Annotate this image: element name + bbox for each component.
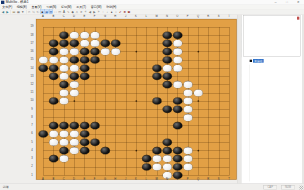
white-stone-M2[interactable] <box>152 163 162 171</box>
status-pane-cap: CAP <box>264 185 277 189</box>
coord-bottom: F <box>94 178 96 181</box>
black-stone-F7[interactable] <box>90 122 100 130</box>
white-stone-N3[interactable] <box>162 155 172 163</box>
black-stone-D17[interactable] <box>69 40 79 48</box>
white-stone-F17[interactable] <box>90 40 100 48</box>
black-stone-A14[interactable] <box>38 64 48 72</box>
status-text: 就绪 <box>3 185 264 189</box>
coord-top: E <box>83 15 85 18</box>
white-stone-D6[interactable] <box>69 130 79 138</box>
coord-top: A <box>42 15 44 18</box>
white-stone-D11[interactable] <box>69 89 79 97</box>
comment-box[interactable] <box>243 15 300 57</box>
hoshi-point <box>73 100 75 102</box>
coord-top: R <box>207 15 209 18</box>
coord-left: 10 <box>31 99 34 102</box>
coord-top: J <box>125 15 126 18</box>
coord-left: 17 <box>31 42 34 45</box>
black-stone-C18[interactable] <box>59 31 69 39</box>
close-button[interactable]: ✕ <box>293 0 304 5</box>
black-stone-N5[interactable] <box>162 138 172 146</box>
white-stone-D5[interactable] <box>69 138 79 146</box>
white-stone-P3[interactable] <box>183 155 193 163</box>
coord-left: 4 <box>31 149 32 152</box>
black-stone-C7[interactable] <box>59 122 69 130</box>
black-stone-M13[interactable] <box>152 73 162 81</box>
white-stone-O14[interactable] <box>173 64 183 72</box>
black-stone-E4[interactable] <box>80 147 90 155</box>
black-stone-N9[interactable] <box>162 105 172 113</box>
go-board[interactable] <box>36 19 237 180</box>
black-stone-E7[interactable] <box>80 122 90 130</box>
record-icon[interactable]: ▣ <box>127 10 131 14</box>
black-stone-F5[interactable] <box>90 138 100 146</box>
black-stone-N4[interactable] <box>162 147 172 155</box>
white-stone-O16[interactable] <box>173 48 183 56</box>
white-stone-F18[interactable] <box>90 31 100 39</box>
white-stone-M3[interactable] <box>152 155 162 163</box>
black-stone-O18[interactable] <box>173 31 183 39</box>
black-stone-M10[interactable] <box>152 97 162 105</box>
maximize-button[interactable]: □ <box>281 0 292 5</box>
window-right-edge <box>302 15 304 185</box>
white-stone-C13[interactable] <box>59 73 69 81</box>
coord-left: 14 <box>31 66 34 69</box>
black-stone-F15[interactable] <box>90 56 100 64</box>
menu-item-3[interactable]: 导航(N) <box>44 5 59 9</box>
hoshi-point <box>197 100 199 102</box>
coord-left: 19 <box>31 25 34 28</box>
white-stone-N14[interactable] <box>162 64 172 72</box>
coord-top: K <box>135 15 137 18</box>
coord-bottom: T <box>228 178 230 181</box>
black-stone-E13[interactable] <box>80 73 90 81</box>
coord-top: M <box>156 15 158 18</box>
coord-bottom: A <box>42 178 44 181</box>
white-stone-P8[interactable] <box>183 114 193 122</box>
coord-bottom: N <box>166 178 168 181</box>
black-stone-D13[interactable] <box>69 73 79 81</box>
coord-left: 5 <box>31 140 32 143</box>
black-stone-G4[interactable] <box>100 147 110 155</box>
black-stone-N13[interactable] <box>162 73 172 81</box>
white-stone-P10[interactable] <box>183 97 193 105</box>
app-icon <box>1 1 4 4</box>
black-stone-M4[interactable] <box>152 147 162 155</box>
coord-bottom: D <box>73 178 75 181</box>
white-stone-P4[interactable] <box>183 147 193 155</box>
coord-left: 8 <box>31 116 32 119</box>
black-stone-B10[interactable] <box>49 97 59 105</box>
forward-icon[interactable]: ▶ <box>5 10 9 14</box>
coord-bottom: K <box>135 178 137 181</box>
white-stone-C3[interactable] <box>59 155 69 163</box>
coord-bottom: S <box>218 178 220 181</box>
white-stone-B5[interactable] <box>49 138 59 146</box>
black-stone-A6[interactable] <box>38 130 48 138</box>
black-stone-O3[interactable] <box>173 155 183 163</box>
menu-item-6[interactable]: 窗口(W) <box>88 5 103 9</box>
white-stone-P9[interactable] <box>183 105 193 113</box>
tree-node-icon <box>250 59 252 61</box>
coord-bottom: R <box>207 178 209 181</box>
black-stone-G17[interactable] <box>100 40 110 48</box>
coord-top: L <box>146 15 147 18</box>
coord-bottom: O <box>176 178 178 181</box>
black-stone-E6[interactable] <box>80 130 90 138</box>
white-stone-C5[interactable] <box>59 138 69 146</box>
black-stone-B17[interactable] <box>49 40 59 48</box>
white-stone-O17[interactable] <box>173 40 183 48</box>
coord-top: B <box>52 15 54 18</box>
coord-top: Q <box>197 15 199 18</box>
menu-item-7[interactable]: 帮助(H) <box>104 5 119 9</box>
black-stone-O7[interactable] <box>173 122 183 130</box>
coord-top: N <box>166 15 168 18</box>
black-stone-O2[interactable] <box>173 163 183 171</box>
black-stone-O10[interactable] <box>173 97 183 105</box>
white-stone-C14[interactable] <box>59 64 69 72</box>
white-stone-G16[interactable] <box>100 48 110 56</box>
hoshi-point <box>135 100 137 102</box>
minimize-button[interactable]: ─ <box>270 0 281 5</box>
window-title: MultiGo - 棋盘1 <box>6 0 270 5</box>
hoshi-point <box>197 150 199 152</box>
right-panel: 新棋谱 <box>241 15 302 185</box>
black-stone-C4[interactable] <box>59 147 69 155</box>
coord-top: S <box>218 15 220 18</box>
menu-item-5[interactable]: 工具(T) <box>74 5 88 9</box>
white-stone-C11[interactable] <box>59 89 69 97</box>
black-stone-B13[interactable] <box>49 73 59 81</box>
menu-item-2[interactable]: 查看(V) <box>29 5 44 9</box>
white-stone-A15[interactable] <box>38 56 48 64</box>
coord-bottom: L <box>146 178 147 181</box>
coord-left: 1 <box>31 173 32 176</box>
status-bar: 就绪 CAP NUM <box>0 183 304 190</box>
coord-left: 13 <box>31 75 34 78</box>
black-stone-E14[interactable] <box>80 64 90 72</box>
coord-bottom: E <box>83 178 85 181</box>
white-stone-C16[interactable] <box>59 48 69 56</box>
white-stone-Q11[interactable] <box>193 89 203 97</box>
black-stone-C12[interactable] <box>59 81 69 89</box>
menu-item-0[interactable]: 文件(F) <box>0 5 14 9</box>
coord-bottom: Q <box>197 178 199 181</box>
white-stone-C6[interactable] <box>59 130 69 138</box>
coord-top: F <box>94 15 96 18</box>
white-stone-C10[interactable] <box>59 97 69 105</box>
black-stone-N17[interactable] <box>162 40 172 48</box>
black-stone-H17[interactable] <box>111 40 121 48</box>
black-stone-E5[interactable] <box>80 138 90 146</box>
hoshi-point <box>135 51 137 53</box>
black-stone-C17[interactable] <box>59 40 69 48</box>
menu-item-1[interactable]: 编辑(E) <box>14 5 29 9</box>
coord-left: 15 <box>31 58 34 61</box>
coord-left: 16 <box>31 50 34 53</box>
menu-item-4[interactable]: 标记(M) <box>59 5 74 9</box>
tree-root-row[interactable]: 新棋谱 <box>250 59 264 63</box>
comment-scroll-button[interactable] <box>297 17 299 20</box>
black-stone-L3[interactable] <box>142 155 152 163</box>
white-stone-O12[interactable] <box>173 81 183 89</box>
white-stone-C15[interactable] <box>59 56 69 64</box>
black-stone-B3[interactable] <box>49 155 59 163</box>
white-stone-P11[interactable] <box>183 89 193 97</box>
black-stone-B14[interactable] <box>49 64 59 72</box>
coord-bottom: G <box>104 178 106 181</box>
coord-bottom: J <box>125 178 126 181</box>
black-stone-O4[interactable] <box>173 147 183 155</box>
black-stone-D15[interactable] <box>69 56 79 64</box>
coord-top: O <box>176 15 178 18</box>
coord-bottom: P <box>187 178 189 181</box>
black-stone-B16[interactable] <box>49 48 59 56</box>
white-stone-O15[interactable] <box>173 56 183 64</box>
black-stone-N18[interactable] <box>162 31 172 39</box>
coord-left: 9 <box>31 107 32 110</box>
coord-left: 12 <box>31 83 34 86</box>
white-stone-D14[interactable] <box>69 64 79 72</box>
coord-left: 6 <box>31 132 32 135</box>
white-stone-D4[interactable] <box>69 147 79 155</box>
coord-bottom: M <box>156 178 158 181</box>
coord-top: D <box>73 15 75 18</box>
coord-top: T <box>228 15 230 18</box>
coord-top: G <box>104 15 106 18</box>
coord-left: 7 <box>31 124 32 127</box>
white-stone-E17[interactable] <box>80 40 90 48</box>
white-stone-D16[interactable] <box>69 48 79 56</box>
white-stone-N2[interactable] <box>162 163 172 171</box>
white-stone-P2[interactable] <box>183 163 193 171</box>
tree-selected-node[interactable]: 新棋谱 <box>253 59 264 63</box>
coord-left: 11 <box>31 91 34 94</box>
black-stone-N15[interactable] <box>162 56 172 64</box>
coord-top: P <box>187 15 189 18</box>
black-stone-N16[interactable] <box>162 48 172 56</box>
black-stone-N12[interactable] <box>162 81 172 89</box>
black-stone-E15[interactable] <box>80 56 90 64</box>
white-stone-D18[interactable] <box>69 31 79 39</box>
black-stone-F16[interactable] <box>90 48 100 56</box>
coord-left: 18 <box>31 33 34 36</box>
hoshi-point <box>197 51 199 53</box>
coord-top: C <box>63 15 65 18</box>
white-stone-P12[interactable] <box>183 81 193 89</box>
white-stone-H16[interactable] <box>111 48 121 56</box>
black-stone-B7[interactable] <box>49 122 59 130</box>
multigo-window: MultiGo - 棋盘1 ─ □ ✕ 文件(F)编辑(E)查看(V)导航(N)… <box>0 0 304 190</box>
workspace: AA1919BB1818CC1717DD1616EE1515FF1414GG13… <box>0 15 304 185</box>
black-stone-E16[interactable] <box>80 48 90 56</box>
coord-bottom: B <box>52 178 54 181</box>
coord-top: H <box>114 15 116 18</box>
white-stone-E18[interactable] <box>80 31 90 39</box>
white-stone-B6[interactable] <box>49 130 59 138</box>
game-tree[interactable]: 新棋谱 <box>242 57 303 184</box>
black-stone-L2[interactable] <box>142 163 152 171</box>
white-stone-B15[interactable] <box>49 56 59 64</box>
white-stone-D12[interactable] <box>69 81 79 89</box>
black-stone-D7[interactable] <box>69 122 79 130</box>
coord-bottom: C <box>63 178 65 181</box>
black-stone-O9[interactable] <box>173 105 183 113</box>
coord-left: 3 <box>31 157 32 160</box>
export-icon[interactable]: ▼ <box>21 10 25 14</box>
hoshi-point <box>135 150 137 152</box>
black-stone-M14[interactable] <box>152 64 162 72</box>
status-pane-num: NUM <box>281 185 294 189</box>
coord-left: 2 <box>31 165 32 168</box>
coord-bottom: H <box>114 178 116 181</box>
resize-grip[interactable] <box>299 186 303 190</box>
